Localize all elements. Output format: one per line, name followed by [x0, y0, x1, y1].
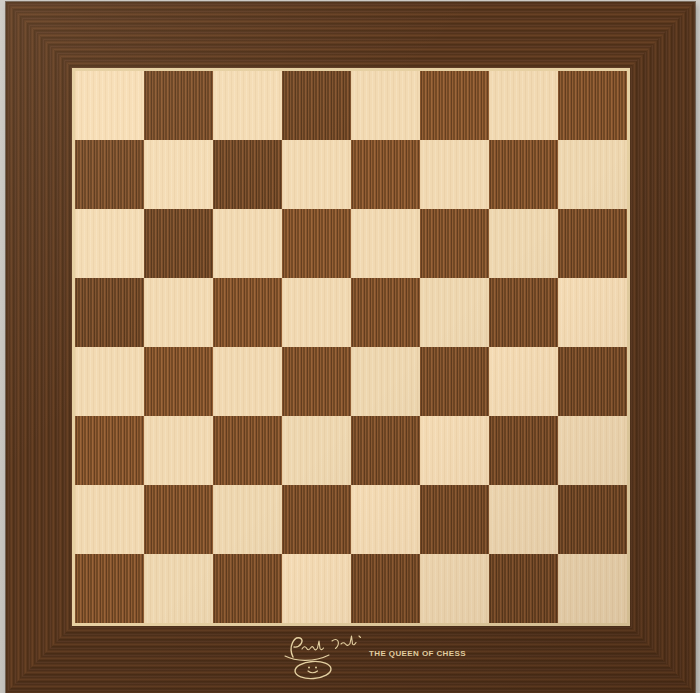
polgar-signature-icon	[283, 632, 367, 682]
square-g6[interactable]	[489, 209, 558, 278]
square-h6[interactable]	[558, 209, 627, 278]
square-h2[interactable]	[558, 485, 627, 554]
square-a1[interactable]	[75, 554, 144, 623]
square-b6[interactable]	[144, 209, 213, 278]
square-c7[interactable]	[213, 140, 282, 209]
square-g3[interactable]	[489, 416, 558, 485]
square-d6[interactable]	[282, 209, 351, 278]
square-a7[interactable]	[75, 140, 144, 209]
square-a4[interactable]	[75, 347, 144, 416]
square-h7[interactable]	[558, 140, 627, 209]
square-b5[interactable]	[144, 278, 213, 347]
square-f4[interactable]	[420, 347, 489, 416]
square-g1[interactable]	[489, 554, 558, 623]
square-f3[interactable]	[420, 416, 489, 485]
board-squares	[75, 71, 627, 623]
square-a3[interactable]	[75, 416, 144, 485]
square-c6[interactable]	[213, 209, 282, 278]
square-e7[interactable]	[351, 140, 420, 209]
square-e2[interactable]	[351, 485, 420, 554]
square-e6[interactable]	[351, 209, 420, 278]
square-f8[interactable]	[420, 71, 489, 140]
square-a2[interactable]	[75, 485, 144, 554]
square-a6[interactable]	[75, 209, 144, 278]
square-g4[interactable]	[489, 347, 558, 416]
signature-tagline: THE QUEEN OF CHESS	[369, 649, 466, 658]
square-d3[interactable]	[282, 416, 351, 485]
square-h3[interactable]	[558, 416, 627, 485]
square-h4[interactable]	[558, 347, 627, 416]
square-f6[interactable]	[420, 209, 489, 278]
square-b8[interactable]	[144, 71, 213, 140]
square-g7[interactable]	[489, 140, 558, 209]
square-b1[interactable]	[144, 554, 213, 623]
square-f1[interactable]	[420, 554, 489, 623]
square-c2[interactable]	[213, 485, 282, 554]
square-c3[interactable]	[213, 416, 282, 485]
square-e5[interactable]	[351, 278, 420, 347]
square-c1[interactable]	[213, 554, 282, 623]
square-f5[interactable]	[420, 278, 489, 347]
square-a5[interactable]	[75, 278, 144, 347]
square-h5[interactable]	[558, 278, 627, 347]
square-d2[interactable]	[282, 485, 351, 554]
square-e8[interactable]	[351, 71, 420, 140]
square-e3[interactable]	[351, 416, 420, 485]
chess-board: Polgár Judit THE QUEEN OF CHESS	[6, 2, 695, 693]
square-g8[interactable]	[489, 71, 558, 140]
square-g2[interactable]	[489, 485, 558, 554]
square-d4[interactable]	[282, 347, 351, 416]
square-c4[interactable]	[213, 347, 282, 416]
square-f7[interactable]	[420, 140, 489, 209]
square-a8[interactable]	[75, 71, 144, 140]
square-c8[interactable]	[213, 71, 282, 140]
square-b2[interactable]	[144, 485, 213, 554]
square-g5[interactable]	[489, 278, 558, 347]
square-f2[interactable]	[420, 485, 489, 554]
square-h1[interactable]	[558, 554, 627, 623]
square-b3[interactable]	[144, 416, 213, 485]
square-d7[interactable]	[282, 140, 351, 209]
square-b4[interactable]	[144, 347, 213, 416]
square-b7[interactable]	[144, 140, 213, 209]
signature-block: Polgár Judit THE QUEEN OF CHESS	[283, 632, 573, 684]
square-d1[interactable]	[282, 554, 351, 623]
square-d5[interactable]	[282, 278, 351, 347]
photo-background: Polgár Judit THE QUEEN OF CHESS	[0, 0, 700, 693]
square-d8[interactable]	[282, 71, 351, 140]
square-c5[interactable]	[213, 278, 282, 347]
square-h8[interactable]	[558, 71, 627, 140]
square-e1[interactable]	[351, 554, 420, 623]
square-e4[interactable]	[351, 347, 420, 416]
